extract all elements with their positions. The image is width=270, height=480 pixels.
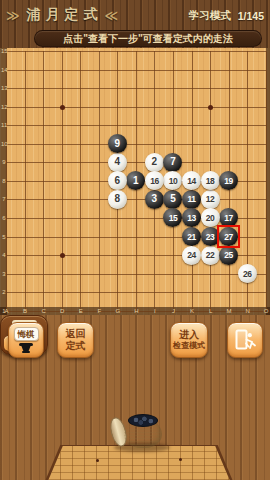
stone-number: 23 — [206, 232, 214, 242]
stone-black-21: 21 — [182, 227, 201, 246]
col-label: B — [22, 308, 29, 314]
row-label: 14 — [1, 67, 7, 73]
right-ornament-icon: ≪ — [105, 8, 119, 23]
stone-number: 19 — [224, 176, 232, 186]
stone-number: 12 — [206, 194, 214, 204]
star-point — [60, 253, 65, 258]
stone-number: 7 — [170, 157, 176, 167]
col-label: A — [3, 308, 10, 314]
left-ornament-icon: ≫ — [6, 8, 20, 23]
row-label: 10 — [1, 141, 7, 147]
stone-number: 2 — [152, 157, 158, 167]
stone-white-12: 12 — [201, 190, 220, 209]
row-label: 13 — [1, 85, 7, 91]
row-label: 2 — [1, 289, 7, 295]
col-label: G — [114, 308, 121, 314]
row-label: 3 — [1, 271, 7, 277]
header-bar: ≫ 浦月定式 ≪ 学习模式 1/145 点击"查看下一步"可查看定式内的走法 — [0, 0, 270, 48]
stone-black-9: 9 — [108, 134, 127, 153]
row-label: 5 — [1, 234, 7, 240]
stone-number: 1 — [133, 176, 139, 186]
stone-number: 24 — [187, 250, 195, 260]
stone-black-7: 7 — [163, 153, 182, 172]
stone-white-18: 18 — [201, 171, 220, 190]
row-label: 7 — [1, 196, 7, 202]
row-label: 12 — [1, 104, 7, 110]
page-title: 浦月定式 — [27, 6, 103, 24]
stone-number: 8 — [115, 194, 121, 204]
back-line1: 返回 — [66, 328, 86, 340]
row-label: 6 — [1, 215, 7, 221]
col-label: M — [226, 308, 233, 314]
stone-bowl-stones — [128, 414, 158, 427]
stone-number: 13 — [187, 213, 195, 223]
stone-number: 17 — [224, 213, 232, 223]
stone-number: 26 — [243, 269, 251, 279]
star-point — [60, 105, 65, 110]
stone-white-4: 4 — [108, 153, 127, 172]
exit-button[interactable] — [227, 322, 263, 358]
row-label: 4 — [1, 252, 7, 258]
stone-black-25: 25 — [219, 246, 238, 265]
stone-number: 10 — [169, 176, 177, 186]
stone-black-5: 5 — [163, 190, 182, 209]
stone-black-15: 15 — [163, 208, 182, 227]
col-label: L — [207, 308, 214, 314]
row-label: 9 — [1, 159, 7, 165]
star-point — [208, 105, 213, 110]
stone-black-13: 13 — [182, 208, 201, 227]
check-line1: 进入 — [179, 329, 199, 341]
back-line2: 定式 — [66, 340, 86, 352]
col-label: O — [263, 308, 270, 314]
grid-line-h — [6, 199, 266, 200]
stone-white-2: 2 — [145, 153, 164, 172]
row-label: 15 — [1, 48, 7, 54]
stone-white-10: 10 — [163, 171, 182, 190]
stone-number: 18 — [206, 176, 214, 186]
mode-label: 学习模式 — [189, 9, 231, 23]
grid-line-h — [6, 274, 266, 275]
stone-white-6: 6 — [108, 171, 127, 190]
stone-number: 22 — [206, 250, 214, 260]
undo-button[interactable]: 悔棋 — [8, 322, 44, 358]
grid-line-h — [6, 292, 266, 293]
grid-line-v — [266, 51, 267, 311]
undo-label: 悔棋 — [14, 327, 39, 341]
table-star-point — [96, 459, 99, 462]
col-label: D — [59, 308, 66, 314]
last-move-marker — [217, 225, 240, 248]
stone-black-3: 3 — [145, 190, 164, 209]
stone-number: 11 — [188, 194, 196, 204]
row-label: 11 — [1, 122, 7, 128]
stone-number: 6 — [115, 176, 121, 186]
instruction-bar: 点击"查看下一步"可查看定式内的走法 — [34, 30, 262, 47]
stone-number: 16 — [150, 176, 158, 186]
stone-white-14: 14 — [182, 171, 201, 190]
stone-number: 25 — [224, 250, 232, 260]
col-label: E — [77, 308, 84, 314]
game-board[interactable]: 151413121110987654321ABCDEFGHIJKLMNO1234… — [0, 48, 270, 315]
exit-door-icon — [233, 328, 257, 352]
stone-black-11: 11 — [182, 190, 201, 209]
stone-number: 5 — [170, 194, 176, 204]
app-screen: ≫ 浦月定式 ≪ 学习模式 1/145 点击"查看下一步"可查看定式内的走法 1… — [0, 0, 270, 480]
stone-number: 14 — [187, 176, 195, 186]
col-label: N — [244, 308, 251, 314]
mode-row: 学习模式 1/145 — [189, 9, 264, 23]
stone-pot-icon — [18, 343, 34, 353]
col-label: I — [151, 308, 158, 314]
col-label: C — [40, 308, 47, 314]
col-label: K — [189, 308, 196, 314]
stone-white-8: 8 — [108, 190, 127, 209]
stone-number: 20 — [206, 213, 214, 223]
stone-black-1: 1 — [126, 171, 145, 190]
return-to-joseki-button[interactable]: 返回 定式 — [57, 322, 94, 358]
stone-white-16: 16 — [145, 171, 164, 190]
enter-check-mode-button[interactable]: 进入 检查模式 — [170, 322, 208, 358]
check-line2: 检查模式 — [173, 341, 205, 351]
stone-black-19: 19 — [219, 171, 238, 190]
col-label: H — [133, 308, 140, 314]
stone-white-24: 24 — [182, 246, 201, 265]
stone-white-22: 22 — [201, 246, 220, 265]
stone-number: 21 — [187, 232, 195, 242]
stone-white-26: 26 — [238, 264, 257, 283]
col-label: J — [170, 308, 177, 314]
stone-number: 4 — [115, 157, 121, 167]
title-row: ≫ 浦月定式 ≪ — [6, 6, 118, 24]
stone-number: 3 — [152, 194, 158, 204]
bottom-panel: 悔棋 返回 定式 查看 下一步 进入 检查模式 — [0, 315, 270, 480]
stone-number: 9 — [115, 139, 121, 149]
progress-counter: 1/145 — [238, 10, 264, 22]
stone-number: 15 — [169, 213, 177, 223]
row-label: 8 — [1, 178, 7, 184]
table-star-point — [179, 458, 182, 461]
col-label: F — [96, 308, 103, 314]
